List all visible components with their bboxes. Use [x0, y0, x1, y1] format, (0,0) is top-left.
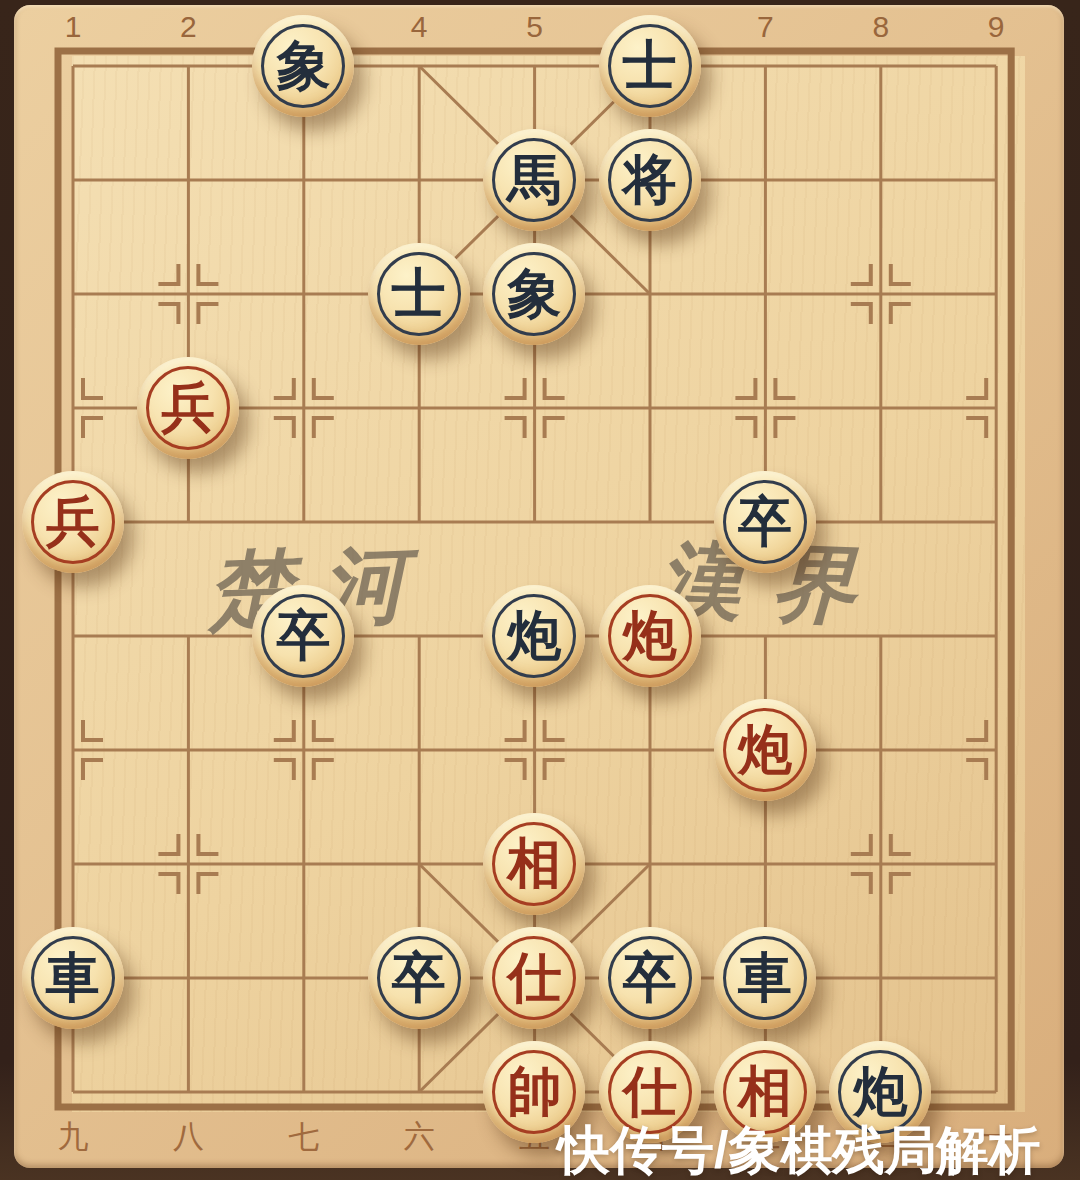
- piece-black-advisor[interactable]: 士: [599, 15, 701, 117]
- piece-glyph: 仕: [623, 1065, 677, 1119]
- piece-glyph: 相: [507, 837, 561, 891]
- piece-red-advisor[interactable]: 仕: [483, 927, 585, 1029]
- piece-glyph: 士: [392, 267, 446, 321]
- piece-red-cannon[interactable]: 炮: [714, 699, 816, 801]
- piece-glyph: 車: [738, 951, 792, 1005]
- piece-black-chariot[interactable]: 車: [22, 927, 124, 1029]
- piece-red-cannon[interactable]: 炮: [599, 585, 701, 687]
- piece-black-soldier[interactable]: 卒: [714, 471, 816, 573]
- piece-ring: 炮: [492, 594, 576, 678]
- piece-glyph: 炮: [853, 1065, 907, 1119]
- piece-black-soldier[interactable]: 卒: [599, 927, 701, 1029]
- piece-ring: 兵: [146, 366, 230, 450]
- piece-glyph: 将: [623, 153, 677, 207]
- piece-glyph: 帥: [507, 1065, 561, 1119]
- piece-black-general[interactable]: 将: [599, 129, 701, 231]
- piece-black-cannon[interactable]: 炮: [483, 585, 585, 687]
- piece-black-horse[interactable]: 馬: [483, 129, 585, 231]
- piece-glyph: 兵: [161, 381, 215, 435]
- piece-glyph: 象: [276, 39, 330, 93]
- piece-glyph: 卒: [276, 609, 330, 663]
- piece-black-soldier[interactable]: 卒: [368, 927, 470, 1029]
- piece-glyph: 仕: [507, 951, 561, 1005]
- piece-ring: 象: [261, 24, 345, 108]
- piece-glyph: 炮: [507, 609, 561, 663]
- piece-glyph: 卒: [738, 495, 792, 549]
- watermark: 快传号/象棋残局解析: [558, 1116, 1040, 1180]
- piece-ring: 士: [608, 24, 692, 108]
- piece-ring: 仕: [492, 936, 576, 1020]
- piece-ring: 兵: [31, 480, 115, 564]
- piece-glyph: 兵: [46, 495, 100, 549]
- piece-black-elephant[interactable]: 象: [483, 243, 585, 345]
- piece-ring: 車: [31, 936, 115, 1020]
- piece-ring: 卒: [261, 594, 345, 678]
- piece-black-elephant[interactable]: 象: [252, 15, 354, 117]
- piece-red-elephant[interactable]: 相: [483, 813, 585, 915]
- piece-black-soldier[interactable]: 卒: [252, 585, 354, 687]
- piece-ring: 炮: [723, 708, 807, 792]
- piece-ring: 卒: [608, 936, 692, 1020]
- piece-black-chariot[interactable]: 車: [714, 927, 816, 1029]
- piece-ring: 相: [492, 822, 576, 906]
- piece-glyph: 車: [46, 951, 100, 1005]
- piece-ring: 象: [492, 252, 576, 336]
- piece-ring: 車: [723, 936, 807, 1020]
- piece-glyph: 士: [623, 39, 677, 93]
- xiangqi-board[interactable]: 象士馬将士象兵兵卒卒炮炮炮相車卒仕卒車帥仕相炮: [15, 9, 1054, 1149]
- piece-glyph: 馬: [507, 153, 561, 207]
- piece-red-soldier[interactable]: 兵: [137, 357, 239, 459]
- piece-ring: 士: [377, 252, 461, 336]
- piece-glyph: 卒: [392, 951, 446, 1005]
- piece-ring: 炮: [608, 594, 692, 678]
- piece-glyph: 炮: [623, 609, 677, 663]
- piece-ring: 卒: [377, 936, 461, 1020]
- piece-glyph: 卒: [623, 951, 677, 1005]
- piece-glyph: 象: [507, 267, 561, 321]
- piece-ring: 卒: [723, 480, 807, 564]
- piece-glyph: 相: [738, 1065, 792, 1119]
- piece-ring: 馬: [492, 138, 576, 222]
- piece-black-advisor[interactable]: 士: [368, 243, 470, 345]
- piece-ring: 将: [608, 138, 692, 222]
- piece-red-soldier[interactable]: 兵: [22, 471, 124, 573]
- piece-glyph: 炮: [738, 723, 792, 777]
